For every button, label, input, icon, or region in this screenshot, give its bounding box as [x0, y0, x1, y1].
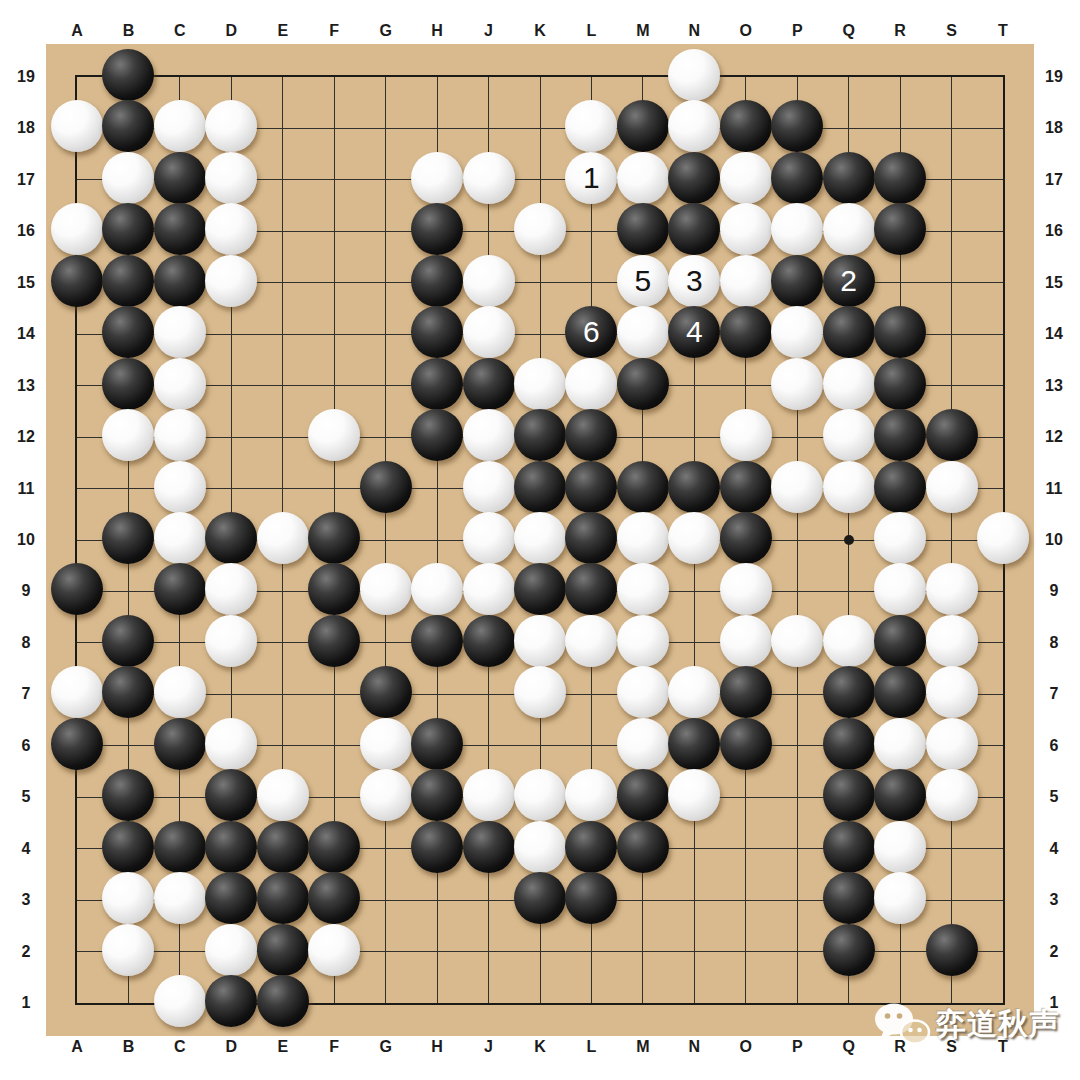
white-stone [874, 718, 926, 770]
row-label-right: 14 [1045, 325, 1063, 343]
column-label-top: M [636, 22, 649, 40]
black-stone [411, 306, 463, 358]
black-stone [823, 924, 875, 976]
black-stone [205, 512, 257, 564]
white-stone [823, 358, 875, 410]
row-label-right: 3 [1050, 891, 1059, 909]
column-label-bottom: P [792, 1038, 803, 1056]
white-stone [926, 769, 978, 821]
column-label-bottom: J [484, 1038, 493, 1056]
white-stone [51, 666, 103, 718]
row-label-left: 10 [17, 531, 35, 549]
white-stone [668, 512, 720, 564]
row-label-right: 17 [1045, 171, 1063, 189]
black-stone [411, 203, 463, 255]
black-stone [874, 203, 926, 255]
black-stone [617, 100, 669, 152]
white-stone: 1 [565, 152, 617, 204]
black-stone [102, 49, 154, 101]
black-stone [617, 461, 669, 513]
white-stone [720, 563, 772, 615]
watermark-text: 弈道秋声 [936, 1004, 1060, 1045]
black-stone [308, 512, 360, 564]
black-stone [102, 512, 154, 564]
black-stone [257, 924, 309, 976]
black-stone [257, 821, 309, 873]
black-stone [720, 512, 772, 564]
white-stone [668, 100, 720, 152]
row-label-right: 10 [1045, 531, 1063, 549]
black-stone [926, 409, 978, 461]
black-stone [463, 615, 515, 667]
black-stone [617, 358, 669, 410]
column-label-top: G [379, 22, 391, 40]
white-stone [154, 358, 206, 410]
column-label-bottom: E [277, 1038, 288, 1056]
white-stone [617, 666, 669, 718]
column-label-bottom: Q [842, 1038, 854, 1056]
row-label-left: 11 [18, 480, 35, 498]
white-stone [308, 924, 360, 976]
black-stone [154, 152, 206, 204]
black-stone [102, 358, 154, 410]
white-stone [205, 255, 257, 307]
white-stone [360, 563, 412, 615]
white-stone [771, 461, 823, 513]
row-label-left: 6 [22, 737, 31, 755]
white-stone [720, 255, 772, 307]
black-stone [360, 666, 412, 718]
row-label-right: 16 [1045, 222, 1063, 240]
column-label-top: F [329, 22, 339, 40]
white-stone [874, 512, 926, 564]
black-stone [565, 461, 617, 513]
black-stone [617, 769, 669, 821]
white-stone [257, 769, 309, 821]
white-stone [514, 358, 566, 410]
black-stone [411, 718, 463, 770]
black-stone [308, 615, 360, 667]
grid-line-vertical [951, 77, 952, 1003]
white-stone [771, 306, 823, 358]
black-stone: 4 [668, 306, 720, 358]
white-stone [463, 152, 515, 204]
row-label-left: 17 [17, 171, 35, 189]
white-stone [823, 409, 875, 461]
row-label-left: 13 [17, 377, 35, 395]
black-stone [823, 821, 875, 873]
black-stone [668, 461, 720, 513]
white-stone [565, 615, 617, 667]
black-stone [514, 872, 566, 924]
black-stone [565, 563, 617, 615]
row-label-right: 8 [1050, 634, 1059, 652]
column-label-top: C [174, 22, 186, 40]
white-stone [617, 306, 669, 358]
white-stone [205, 615, 257, 667]
column-label-bottom: K [534, 1038, 546, 1056]
column-label-bottom: M [636, 1038, 649, 1056]
black-stone [823, 769, 875, 821]
column-label-top: T [998, 22, 1008, 40]
white-stone [205, 152, 257, 204]
white-stone [874, 563, 926, 615]
star-point [844, 535, 854, 545]
black-stone [411, 769, 463, 821]
black-stone [823, 872, 875, 924]
black-stone [565, 409, 617, 461]
black-stone [205, 975, 257, 1027]
row-label-right: 19 [1045, 68, 1063, 86]
row-label-left: 3 [22, 891, 31, 909]
black-stone [308, 821, 360, 873]
white-stone [668, 666, 720, 718]
row-label-left: 16 [17, 222, 35, 240]
black-stone [771, 152, 823, 204]
black-stone [874, 461, 926, 513]
white-stone [926, 666, 978, 718]
white-stone [874, 821, 926, 873]
black-stone [102, 666, 154, 718]
column-label-top: P [792, 22, 803, 40]
column-label-bottom: O [740, 1038, 752, 1056]
black-stone [308, 563, 360, 615]
black-stone [874, 409, 926, 461]
row-label-left: 18 [17, 119, 35, 137]
black-stone [257, 975, 309, 1027]
black-stone [102, 769, 154, 821]
black-stone [514, 409, 566, 461]
column-label-bottom: B [123, 1038, 135, 1056]
black-stone [565, 512, 617, 564]
white-stone [102, 872, 154, 924]
white-stone [205, 924, 257, 976]
row-label-right: 15 [1045, 274, 1063, 292]
column-label-top: D [226, 22, 238, 40]
row-label-left: 9 [22, 582, 31, 600]
white-stone [463, 563, 515, 615]
black-stone [823, 306, 875, 358]
column-label-top: K [534, 22, 546, 40]
black-stone [514, 563, 566, 615]
white-stone [720, 409, 772, 461]
white-stone [154, 872, 206, 924]
black-stone [102, 821, 154, 873]
white-stone: 5 [617, 255, 669, 307]
column-label-top: N [689, 22, 701, 40]
white-stone [823, 461, 875, 513]
row-label-right: 6 [1050, 737, 1059, 755]
column-label-top: R [894, 22, 906, 40]
black-stone [823, 152, 875, 204]
move-number: 4 [686, 317, 703, 347]
column-label-top: H [431, 22, 443, 40]
column-label-top: E [277, 22, 288, 40]
white-stone [668, 49, 720, 101]
column-label-top: S [946, 22, 957, 40]
black-stone [154, 821, 206, 873]
white-stone [514, 203, 566, 255]
black-stone [154, 563, 206, 615]
column-label-bottom: L [587, 1038, 597, 1056]
white-stone [205, 563, 257, 615]
white-stone [514, 615, 566, 667]
white-stone [565, 769, 617, 821]
white-stone [154, 512, 206, 564]
white-stone [514, 512, 566, 564]
white-stone [463, 255, 515, 307]
white-stone [926, 615, 978, 667]
row-label-left: 8 [22, 634, 31, 652]
white-stone [617, 718, 669, 770]
row-label-left: 4 [22, 840, 31, 858]
black-stone [771, 255, 823, 307]
black-stone [874, 152, 926, 204]
column-label-bottom: D [226, 1038, 238, 1056]
white-stone [463, 409, 515, 461]
black-stone [154, 718, 206, 770]
white-stone [720, 615, 772, 667]
white-stone [102, 924, 154, 976]
black-stone [411, 821, 463, 873]
white-stone [617, 512, 669, 564]
black-stone [720, 100, 772, 152]
black-stone [926, 924, 978, 976]
black-stone [360, 461, 412, 513]
white-stone [308, 409, 360, 461]
white-stone [154, 306, 206, 358]
move-number: 1 [583, 163, 600, 193]
row-label-right: 9 [1050, 582, 1059, 600]
white-stone [565, 358, 617, 410]
row-label-left: 2 [22, 943, 31, 961]
white-stone [154, 461, 206, 513]
black-stone [51, 255, 103, 307]
black-stone [102, 255, 154, 307]
black-stone [720, 666, 772, 718]
column-label-bottom: A [71, 1038, 83, 1056]
column-label-bottom: N [689, 1038, 701, 1056]
white-stone [154, 975, 206, 1027]
black-stone [668, 203, 720, 255]
column-label-bottom: H [431, 1038, 443, 1056]
row-label-right: 2 [1050, 943, 1059, 961]
black-stone [617, 821, 669, 873]
row-label-left: 7 [22, 685, 31, 703]
row-label-left: 5 [22, 788, 31, 806]
column-label-top: B [123, 22, 135, 40]
black-stone [514, 461, 566, 513]
white-stone [51, 203, 103, 255]
black-stone [823, 718, 875, 770]
black-stone [411, 255, 463, 307]
black-stone [205, 821, 257, 873]
move-number: 3 [686, 266, 703, 296]
white-stone [102, 409, 154, 461]
white-stone [771, 615, 823, 667]
white-stone [565, 100, 617, 152]
column-label-bottom: F [329, 1038, 339, 1056]
black-stone [154, 203, 206, 255]
black-stone [463, 821, 515, 873]
white-stone [463, 769, 515, 821]
white-stone [411, 152, 463, 204]
white-stone [205, 203, 257, 255]
black-stone [51, 718, 103, 770]
row-label-right: 12 [1045, 428, 1063, 446]
black-stone [668, 718, 720, 770]
white-stone [360, 769, 412, 821]
white-stone [771, 358, 823, 410]
white-stone [514, 666, 566, 718]
black-stone: 2 [823, 255, 875, 307]
white-stone [926, 718, 978, 770]
row-label-left: 14 [17, 325, 35, 343]
white-stone [463, 306, 515, 358]
row-label-right: 7 [1050, 685, 1059, 703]
black-stone [874, 358, 926, 410]
row-label-left: 1 [22, 994, 31, 1012]
black-stone [720, 461, 772, 513]
black-stone [874, 615, 926, 667]
white-stone [154, 666, 206, 718]
white-stone [102, 152, 154, 204]
black-stone [720, 718, 772, 770]
black-stone [154, 255, 206, 307]
white-stone [874, 872, 926, 924]
black-stone [102, 306, 154, 358]
white-stone [51, 100, 103, 152]
black-stone [51, 563, 103, 615]
go-diagram-page: AABBCCDDEEFFGGHHJJKKLLMMNNOOPPQQRRSSTT19… [0, 0, 1080, 1080]
column-label-top: J [484, 22, 493, 40]
white-stone [463, 512, 515, 564]
black-stone [565, 872, 617, 924]
white-stone [205, 100, 257, 152]
white-stone [926, 461, 978, 513]
white-stone [720, 203, 772, 255]
white-stone [154, 409, 206, 461]
black-stone [411, 615, 463, 667]
black-stone [411, 358, 463, 410]
row-label-right: 5 [1050, 788, 1059, 806]
black-stone [102, 615, 154, 667]
black-stone [617, 203, 669, 255]
black-stone [720, 306, 772, 358]
white-stone [617, 563, 669, 615]
white-stone [926, 563, 978, 615]
column-label-top: Q [842, 22, 854, 40]
black-stone [874, 769, 926, 821]
black-stone [565, 821, 617, 873]
move-number: 2 [840, 266, 857, 296]
move-number: 5 [635, 266, 652, 296]
black-stone [102, 100, 154, 152]
white-stone [720, 152, 772, 204]
white-stone [514, 821, 566, 873]
white-stone: 3 [668, 255, 720, 307]
black-stone [205, 769, 257, 821]
watermark: 弈道秋声 [872, 1002, 1060, 1046]
black-stone: 6 [565, 306, 617, 358]
row-label-right: 11 [1046, 480, 1063, 498]
white-stone [411, 563, 463, 615]
black-stone [257, 872, 309, 924]
white-stone [977, 512, 1029, 564]
white-stone [514, 769, 566, 821]
column-label-bottom: G [379, 1038, 391, 1056]
white-stone [205, 718, 257, 770]
white-stone [823, 203, 875, 255]
white-stone [463, 461, 515, 513]
row-label-left: 12 [17, 428, 35, 446]
white-stone [360, 718, 412, 770]
black-stone [874, 666, 926, 718]
white-stone [617, 615, 669, 667]
black-stone [102, 203, 154, 255]
column-label-top: A [71, 22, 83, 40]
black-stone [823, 666, 875, 718]
row-label-right: 18 [1045, 119, 1063, 137]
column-label-top: O [740, 22, 752, 40]
black-stone [463, 358, 515, 410]
white-stone [668, 769, 720, 821]
black-stone [205, 872, 257, 924]
white-stone [154, 100, 206, 152]
move-number: 6 [583, 317, 600, 347]
black-stone [668, 152, 720, 204]
row-label-left: 19 [17, 68, 35, 86]
row-label-right: 13 [1045, 377, 1063, 395]
black-stone [771, 100, 823, 152]
white-stone [771, 203, 823, 255]
black-stone [874, 306, 926, 358]
white-stone [823, 615, 875, 667]
wechat-icon [872, 1002, 934, 1046]
row-label-right: 4 [1050, 840, 1059, 858]
row-label-left: 15 [17, 274, 35, 292]
column-label-top: L [587, 22, 597, 40]
white-stone [617, 152, 669, 204]
white-stone [257, 512, 309, 564]
column-label-bottom: C [174, 1038, 186, 1056]
black-stone [411, 409, 463, 461]
black-stone [308, 872, 360, 924]
